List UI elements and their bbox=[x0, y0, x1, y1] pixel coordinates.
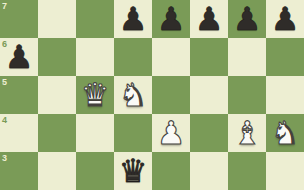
square-h3[interactable] bbox=[266, 152, 304, 190]
black-pawn-d7[interactable]: ♟ bbox=[119, 0, 148, 38]
square-g5[interactable] bbox=[228, 76, 266, 114]
square-a7[interactable]: 7 bbox=[0, 0, 38, 38]
square-a6[interactable]: 6♟ bbox=[0, 38, 38, 76]
white-knight-h4[interactable]: ♞ bbox=[271, 114, 300, 152]
square-c3[interactable] bbox=[76, 152, 114, 190]
square-b3[interactable] bbox=[38, 152, 76, 190]
square-d4[interactable] bbox=[114, 114, 152, 152]
square-g7[interactable]: ♟ bbox=[228, 0, 266, 38]
rank-label-4: 4 bbox=[2, 115, 7, 125]
black-pawn-f7[interactable]: ♟ bbox=[195, 0, 224, 38]
square-b4[interactable] bbox=[38, 114, 76, 152]
white-bishop-g4[interactable]: ♝ bbox=[233, 114, 262, 152]
square-f7[interactable]: ♟ bbox=[190, 0, 228, 38]
square-c6[interactable] bbox=[76, 38, 114, 76]
square-f3[interactable] bbox=[190, 152, 228, 190]
square-g3[interactable] bbox=[228, 152, 266, 190]
square-e5[interactable] bbox=[152, 76, 190, 114]
black-queen-d3[interactable]: ♛ bbox=[119, 152, 148, 190]
square-g6[interactable] bbox=[228, 38, 266, 76]
chess-board: 7♟♟♟♟♟6♟5♛♞4♟♝♞3♛ bbox=[0, 0, 304, 190]
rank-label-5: 5 bbox=[2, 77, 7, 87]
square-e6[interactable] bbox=[152, 38, 190, 76]
square-b7[interactable] bbox=[38, 0, 76, 38]
square-b6[interactable] bbox=[38, 38, 76, 76]
square-a3[interactable]: 3 bbox=[0, 152, 38, 190]
square-a4[interactable]: 4 bbox=[0, 114, 38, 152]
square-e7[interactable]: ♟ bbox=[152, 0, 190, 38]
square-d5[interactable]: ♞ bbox=[114, 76, 152, 114]
black-pawn-a6[interactable]: ♟ bbox=[5, 38, 34, 76]
rank-label-6: 6 bbox=[2, 39, 7, 49]
square-a5[interactable]: 5 bbox=[0, 76, 38, 114]
square-h6[interactable] bbox=[266, 38, 304, 76]
square-d7[interactable]: ♟ bbox=[114, 0, 152, 38]
square-d6[interactable] bbox=[114, 38, 152, 76]
square-c4[interactable] bbox=[76, 114, 114, 152]
white-pawn-e4[interactable]: ♟ bbox=[157, 114, 186, 152]
square-h7[interactable]: ♟ bbox=[266, 0, 304, 38]
square-h4[interactable]: ♞ bbox=[266, 114, 304, 152]
rank-label-7: 7 bbox=[2, 1, 7, 11]
square-f6[interactable] bbox=[190, 38, 228, 76]
square-b5[interactable] bbox=[38, 76, 76, 114]
square-d3[interactable]: ♛ bbox=[114, 152, 152, 190]
square-f5[interactable] bbox=[190, 76, 228, 114]
rank-label-3: 3 bbox=[2, 153, 7, 163]
square-e3[interactable] bbox=[152, 152, 190, 190]
white-queen-c5[interactable]: ♛ bbox=[81, 76, 110, 114]
square-c5[interactable]: ♛ bbox=[76, 76, 114, 114]
square-h5[interactable] bbox=[266, 76, 304, 114]
square-e4[interactable]: ♟ bbox=[152, 114, 190, 152]
black-pawn-e7[interactable]: ♟ bbox=[157, 0, 186, 38]
square-f4[interactable] bbox=[190, 114, 228, 152]
square-g4[interactable]: ♝ bbox=[228, 114, 266, 152]
black-pawn-h7[interactable]: ♟ bbox=[271, 0, 300, 38]
square-c7[interactable] bbox=[76, 0, 114, 38]
white-knight-d5[interactable]: ♞ bbox=[119, 76, 148, 114]
black-pawn-g7[interactable]: ♟ bbox=[233, 0, 262, 38]
